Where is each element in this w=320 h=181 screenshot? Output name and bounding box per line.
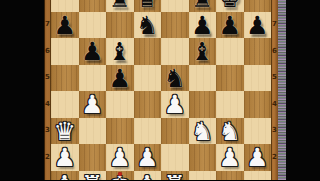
chess-board: ♜♛♜♚♟♞♟♟♟♟♝♝♟♞♟♟♛♞♞♟♟♟♟♟♝♜♚♝♜ [51,0,271,180]
square-a5[interactable] [51,65,79,92]
square-b2[interactable] [79,144,107,171]
square-d4[interactable] [134,91,162,118]
square-a8[interactable] [51,0,79,12]
black-pawn-b6[interactable]: ♟ [79,38,107,65]
white-pawn-g2[interactable]: ♟ [216,144,244,171]
white-pawn-b4[interactable]: ♟ [79,91,107,118]
black-pawn-f7[interactable]: ♟ [189,12,217,39]
square-g3[interactable]: ♞ [216,118,244,145]
square-f4[interactable] [189,91,217,118]
rank-label-right-2: 2 [271,153,278,162]
square-g7[interactable]: ♟ [216,12,244,39]
square-g8[interactable]: ♚ [216,0,244,12]
square-c8[interactable]: ♜ [106,0,134,12]
square-g5[interactable] [216,65,244,92]
square-e4[interactable]: ♟ [161,91,189,118]
square-h8[interactable] [244,0,272,12]
square-h4[interactable] [244,91,272,118]
video-frame: ♜♛♜♚♟♞♟♟♟♟♝♝♟♞♟♟♛♞♞♟♟♟♟♟♝♜♚♝♜ 7766554433… [0,0,320,180]
white-knight-f3[interactable]: ♞ [189,118,217,145]
square-c1[interactable]: ♚ [106,171,134,181]
square-d7[interactable]: ♞ [134,12,162,39]
king-red-finial [118,172,122,176]
square-c3[interactable] [106,118,134,145]
white-rook-b1[interactable]: ♜ [79,171,107,181]
white-king-c1[interactable]: ♚ [106,171,134,181]
video-noise-strip [278,0,286,180]
square-b8[interactable] [79,0,107,12]
black-pawn-c5[interactable]: ♟ [106,65,134,92]
square-a4[interactable] [51,91,79,118]
black-pawn-g7[interactable]: ♟ [216,12,244,39]
square-d2[interactable]: ♟ [134,144,162,171]
square-c2[interactable]: ♟ [106,144,134,171]
black-king-g8[interactable]: ♚ [216,0,244,12]
square-d1[interactable]: ♝ [134,171,162,181]
square-f2[interactable] [189,144,217,171]
white-rook-e1[interactable]: ♜ [161,171,189,181]
black-knight-d7[interactable]: ♞ [134,12,162,39]
square-e8[interactable] [161,0,189,12]
square-f6[interactable]: ♝ [189,38,217,65]
square-h1[interactable] [244,171,272,181]
square-h3[interactable] [244,118,272,145]
white-pawn-d2[interactable]: ♟ [134,144,162,171]
rank-label-left-7: 7 [44,20,51,29]
rank-label-left-3: 3 [44,126,51,135]
square-e3[interactable] [161,118,189,145]
white-pawn-c2[interactable]: ♟ [106,144,134,171]
square-a1[interactable]: ♝ [51,171,79,181]
square-a2[interactable]: ♟ [51,144,79,171]
square-h5[interactable] [244,65,272,92]
square-f7[interactable]: ♟ [189,12,217,39]
white-pawn-a2[interactable]: ♟ [51,144,79,171]
square-c7[interactable] [106,12,134,39]
square-c4[interactable] [106,91,134,118]
white-bishop-a1[interactable]: ♝ [51,171,79,181]
square-g2[interactable]: ♟ [216,144,244,171]
square-a7[interactable]: ♟ [51,12,79,39]
square-b1[interactable]: ♜ [79,171,107,181]
black-queen-d8[interactable]: ♛ [134,0,162,12]
square-f5[interactable] [189,65,217,92]
white-pawn-h2[interactable]: ♟ [244,144,272,171]
black-bishop-c6[interactable]: ♝ [106,38,134,65]
square-d3[interactable] [134,118,162,145]
black-bishop-f6[interactable]: ♝ [189,38,217,65]
rank-label-right-7: 7 [271,20,278,29]
rank-label-right-3: 3 [271,126,278,135]
square-f8[interactable]: ♜ [189,0,217,12]
white-queen-a3[interactable]: ♛ [51,118,79,145]
black-rook-c8[interactable]: ♜ [106,0,134,12]
square-b6[interactable]: ♟ [79,38,107,65]
rank-label-right-5: 5 [271,73,278,82]
square-d6[interactable] [134,38,162,65]
square-e2[interactable] [161,144,189,171]
rank-label-left-6: 6 [44,47,51,56]
square-b4[interactable]: ♟ [79,91,107,118]
left-letterbox-bar [0,0,44,180]
square-e1[interactable]: ♜ [161,171,189,181]
square-b5[interactable] [79,65,107,92]
square-g6[interactable] [216,38,244,65]
square-d5[interactable] [134,65,162,92]
square-h2[interactable]: ♟ [244,144,272,171]
square-e7[interactable] [161,12,189,39]
rank-label-right-4: 4 [271,100,278,109]
right-letterbox-bar [286,0,320,180]
rank-label-left-2: 2 [44,153,51,162]
square-b7[interactable] [79,12,107,39]
rank-label-left-4: 4 [44,100,51,109]
square-d8[interactable]: ♛ [134,0,162,12]
square-c5[interactable]: ♟ [106,65,134,92]
square-f3[interactable]: ♞ [189,118,217,145]
square-g4[interactable] [216,91,244,118]
black-rook-f8[interactable]: ♜ [189,0,217,12]
square-h6[interactable] [244,38,272,65]
white-bishop-d1[interactable]: ♝ [134,171,162,181]
square-e6[interactable] [161,38,189,65]
white-knight-g3[interactable]: ♞ [216,118,244,145]
square-f1[interactable] [189,171,217,181]
black-pawn-a7[interactable]: ♟ [51,12,79,39]
white-pawn-e4[interactable]: ♟ [161,91,189,118]
square-b3[interactable] [79,118,107,145]
black-knight-e5[interactable]: ♞ [161,65,189,92]
square-h7[interactable]: ♟ [244,12,272,39]
square-e5[interactable]: ♞ [161,65,189,92]
black-pawn-h7[interactable]: ♟ [244,12,272,39]
square-a3[interactable]: ♛ [51,118,79,145]
square-a6[interactable] [51,38,79,65]
square-g1[interactable] [216,171,244,181]
square-c6[interactable]: ♝ [106,38,134,65]
rank-label-right-6: 6 [271,47,278,56]
rank-label-left-5: 5 [44,73,51,82]
